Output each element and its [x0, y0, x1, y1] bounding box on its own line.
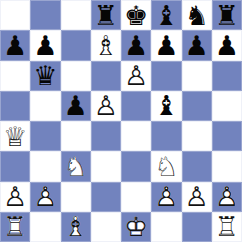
black-bishop-glyph: ♝	[151, 91, 181, 121]
square-b6[interactable]: ♛	[30, 61, 60, 91]
square-c6[interactable]	[61, 61, 91, 91]
white-rook-glyph: ♖	[212, 212, 242, 242]
square-f2[interactable]: ♟♙	[151, 182, 181, 212]
black-queen[interactable]: ♛	[30, 61, 60, 91]
square-d2[interactable]	[91, 182, 121, 212]
white-knight-glyph: ♘	[151, 151, 181, 181]
square-a4[interactable]: ♛♕	[0, 121, 30, 151]
black-pawn[interactable]: ♟	[61, 91, 91, 121]
white-bishop-glyph: ♗	[91, 30, 121, 60]
square-c4[interactable]	[61, 121, 91, 151]
square-c5[interactable]: ♟	[61, 91, 91, 121]
square-g5[interactable]	[182, 91, 212, 121]
square-d1[interactable]	[91, 212, 121, 242]
white-pawn-glyph: ♙	[91, 91, 121, 121]
square-g4[interactable]	[182, 121, 212, 151]
square-a7[interactable]: ♟	[0, 30, 30, 60]
black-pawn[interactable]: ♟	[121, 30, 151, 60]
square-e4[interactable]	[121, 121, 151, 151]
black-pawn-glyph: ♟	[212, 30, 242, 60]
square-e6[interactable]: ♟♙	[121, 61, 151, 91]
black-pawn-glyph: ♟	[121, 30, 151, 60]
chess-board: ♜♚♝♞♜♟♟♝♗♟♟♟♟♛♟♙♟♟♙♝♛♕♞♘♞♘♟♙♟♙♟♙♟♙♟♙♜♖♝♗…	[0, 0, 242, 242]
square-e5[interactable]	[121, 91, 151, 121]
square-a2[interactable]: ♟♙	[0, 182, 30, 212]
black-bishop-glyph: ♝	[151, 0, 181, 30]
square-d6[interactable]	[91, 61, 121, 91]
square-c2[interactable]	[61, 182, 91, 212]
black-pawn-glyph: ♟	[151, 30, 181, 60]
square-g2[interactable]: ♟♙	[182, 182, 212, 212]
white-queen-glyph: ♕	[0, 121, 30, 151]
black-rook[interactable]: ♜	[212, 0, 242, 30]
square-a5[interactable]	[0, 91, 30, 121]
black-knight[interactable]: ♞	[182, 0, 212, 30]
square-e2[interactable]	[121, 182, 151, 212]
white-pawn[interactable]: ♟♙	[91, 91, 121, 121]
white-knight[interactable]: ♞♘	[61, 151, 91, 181]
square-d7[interactable]: ♝♗	[91, 30, 121, 60]
square-g7[interactable]: ♟	[182, 30, 212, 60]
square-e7[interactable]: ♟	[121, 30, 151, 60]
black-knight-glyph: ♞	[182, 0, 212, 30]
square-f4[interactable]	[151, 121, 181, 151]
square-a6[interactable]	[0, 61, 30, 91]
square-f7[interactable]: ♟	[151, 30, 181, 60]
black-pawn-glyph: ♟	[30, 30, 60, 60]
square-b1[interactable]	[30, 212, 60, 242]
square-b7[interactable]: ♟	[30, 30, 60, 60]
black-king-glyph: ♚	[121, 0, 151, 30]
white-pawn-glyph: ♙	[212, 182, 242, 212]
square-d5[interactable]: ♟♙	[91, 91, 121, 121]
square-h2[interactable]: ♟♙	[212, 182, 242, 212]
square-e8[interactable]: ♚	[121, 0, 151, 30]
black-rook-glyph: ♜	[91, 0, 121, 30]
black-rook[interactable]: ♜	[91, 0, 121, 30]
white-knight[interactable]: ♞♘	[151, 151, 181, 181]
white-rook[interactable]: ♜♖	[0, 212, 30, 242]
chess-board-container: ♜♚♝♞♜♟♟♝♗♟♟♟♟♛♟♙♟♟♙♝♛♕♞♘♞♘♟♙♟♙♟♙♟♙♟♙♜♖♝♗…	[0, 0, 242, 242]
white-pawn-glyph: ♙	[151, 182, 181, 212]
square-c1[interactable]: ♝♗	[61, 212, 91, 242]
square-e3[interactable]	[121, 151, 151, 181]
white-pawn[interactable]: ♟♙	[212, 182, 242, 212]
black-pawn[interactable]: ♟	[182, 30, 212, 60]
square-g6[interactable]	[182, 61, 212, 91]
square-h1[interactable]: ♜♖	[212, 212, 242, 242]
white-pawn-glyph: ♙	[30, 182, 60, 212]
square-c8[interactable]	[61, 0, 91, 30]
square-g8[interactable]: ♞	[182, 0, 212, 30]
square-f6[interactable]	[151, 61, 181, 91]
square-c3[interactable]: ♞♘	[61, 151, 91, 181]
square-a3[interactable]	[0, 151, 30, 181]
square-a1[interactable]: ♜♖	[0, 212, 30, 242]
square-b3[interactable]	[30, 151, 60, 181]
square-h4[interactable]	[212, 121, 242, 151]
white-pawn[interactable]: ♟♙	[182, 182, 212, 212]
white-knight-glyph: ♘	[61, 151, 91, 181]
black-bishop[interactable]: ♝	[151, 91, 181, 121]
white-pawn[interactable]: ♟♙	[121, 61, 151, 91]
black-pawn-glyph: ♟	[182, 30, 212, 60]
square-a8[interactable]	[0, 0, 30, 30]
square-h5[interactable]	[212, 91, 242, 121]
white-bishop-glyph: ♗	[61, 212, 91, 242]
square-f3[interactable]: ♞♘	[151, 151, 181, 181]
square-f5[interactable]: ♝	[151, 91, 181, 121]
white-pawn-glyph: ♙	[182, 182, 212, 212]
white-rook-glyph: ♖	[0, 212, 30, 242]
white-pawn[interactable]: ♟♙	[151, 182, 181, 212]
square-h3[interactable]	[212, 151, 242, 181]
black-pawn-glyph: ♟	[0, 30, 30, 60]
white-queen[interactable]: ♛♕	[0, 121, 30, 151]
square-b4[interactable]	[30, 121, 60, 151]
black-pawn[interactable]: ♟	[30, 30, 60, 60]
white-pawn[interactable]: ♟♙	[30, 182, 60, 212]
black-pawn[interactable]: ♟	[212, 30, 242, 60]
square-h6[interactable]	[212, 61, 242, 91]
white-king-glyph: ♔	[121, 212, 151, 242]
white-king[interactable]: ♚♔	[121, 212, 151, 242]
square-b5[interactable]	[30, 91, 60, 121]
white-pawn-glyph: ♙	[0, 182, 30, 212]
square-e1[interactable]: ♚♔	[121, 212, 151, 242]
black-bishop[interactable]: ♝	[151, 0, 181, 30]
white-pawn[interactable]: ♟♙	[0, 182, 30, 212]
square-h8[interactable]: ♜	[212, 0, 242, 30]
square-b2[interactable]: ♟♙	[30, 182, 60, 212]
square-g1[interactable]	[182, 212, 212, 242]
black-pawn-glyph: ♟	[61, 91, 91, 121]
white-rook[interactable]: ♜♖	[212, 212, 242, 242]
square-b8[interactable]	[30, 0, 60, 30]
square-h7[interactable]: ♟	[212, 30, 242, 60]
square-f1[interactable]	[151, 212, 181, 242]
square-d8[interactable]: ♜	[91, 0, 121, 30]
black-rook-glyph: ♜	[212, 0, 242, 30]
black-pawn[interactable]: ♟	[151, 30, 181, 60]
square-g3[interactable]	[182, 151, 212, 181]
square-d4[interactable]	[91, 121, 121, 151]
white-bishop[interactable]: ♝♗	[61, 212, 91, 242]
white-pawn-glyph: ♙	[121, 61, 151, 91]
square-d3[interactable]	[91, 151, 121, 181]
square-c7[interactable]	[61, 30, 91, 60]
white-bishop[interactable]: ♝♗	[91, 30, 121, 60]
square-f8[interactable]: ♝	[151, 0, 181, 30]
black-pawn[interactable]: ♟	[0, 30, 30, 60]
black-king[interactable]: ♚	[121, 0, 151, 30]
black-queen-glyph: ♛	[30, 61, 60, 91]
